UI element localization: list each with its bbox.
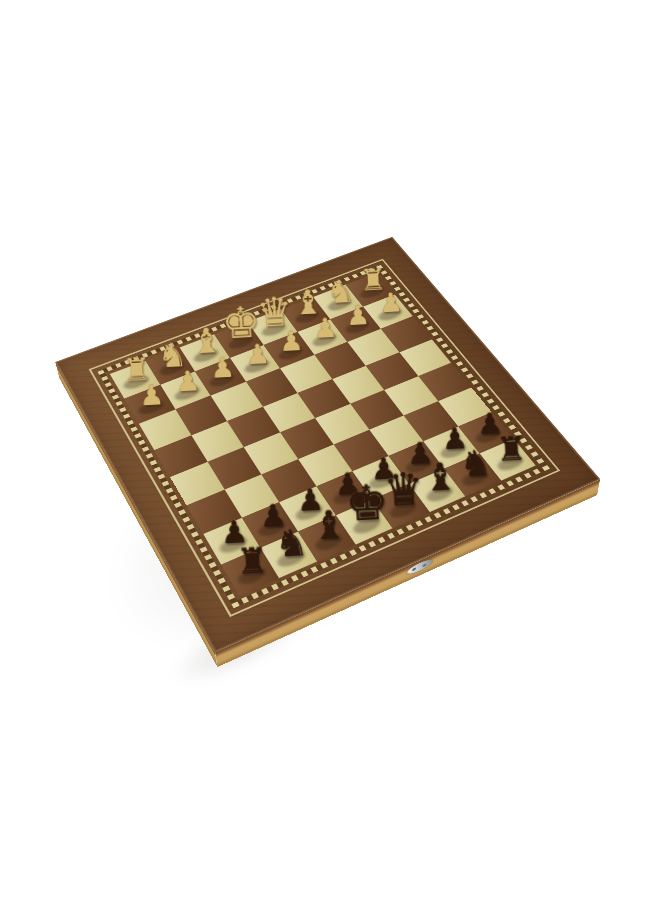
piece-contact-shadow <box>312 531 345 554</box>
latch-rivets <box>412 567 416 571</box>
piece-contact-shadow <box>350 514 383 536</box>
piece-contact-shadow <box>423 483 456 504</box>
piece-contact-shadow <box>293 501 326 523</box>
piece-contact-shadow <box>358 284 386 301</box>
piece-contact-shadow <box>256 517 289 539</box>
piece-contact-shadow <box>494 453 526 474</box>
piece-contact-shadow <box>274 547 307 570</box>
piece-contact-shadow <box>459 468 491 489</box>
piece-contact-shadow <box>387 499 420 521</box>
product-photo-background: { "meta": { "image_type": "product photo… <box>0 0 660 900</box>
